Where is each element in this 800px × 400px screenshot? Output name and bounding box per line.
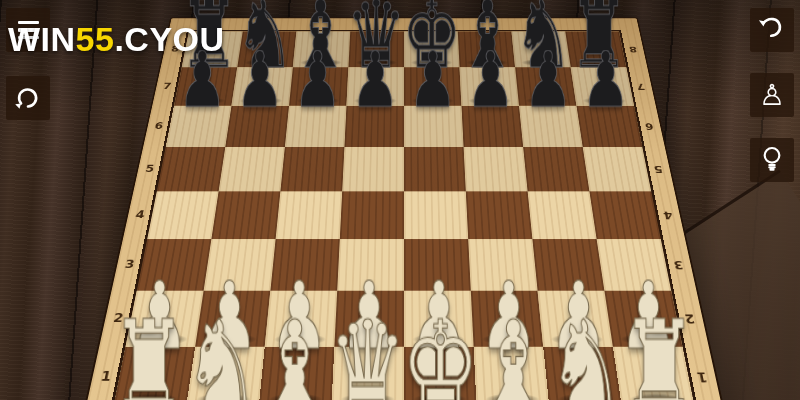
watermark-suffix: .CYOU xyxy=(114,20,224,58)
square-b5[interactable] xyxy=(219,147,285,191)
square-h7[interactable]: ♟ xyxy=(571,67,634,105)
square-c6[interactable] xyxy=(285,106,347,147)
piece-white-rook[interactable]: ♜ xyxy=(110,318,188,400)
chess-board: ♜♞♝♛♚♝♞♜♟♟♟♟♟♟♟♟♟♟♟♟♟♟♟♟♜♞♝♛♚♝♞♜ 8765432… xyxy=(78,17,730,400)
piece-white-king[interactable]: ♚ xyxy=(401,318,479,400)
undo-move-button[interactable] xyxy=(750,8,794,52)
watermark: WIN55.CYOU xyxy=(8,20,225,59)
square-a7[interactable]: ♟ xyxy=(174,67,237,105)
square-a6[interactable] xyxy=(166,106,232,147)
square-d7[interactable]: ♟ xyxy=(346,67,404,105)
square-e4[interactable] xyxy=(404,191,468,239)
square-c4[interactable] xyxy=(276,191,343,239)
piece-white-knight[interactable]: ♞ xyxy=(547,318,625,400)
piece-black-pawn[interactable]: ♟ xyxy=(235,50,284,112)
square-g5[interactable] xyxy=(523,147,589,191)
piece-black-pawn[interactable]: ♟ xyxy=(408,50,457,112)
square-h1[interactable]: ♜ xyxy=(613,347,695,400)
hint-button[interactable] xyxy=(750,138,794,182)
square-h6[interactable] xyxy=(577,106,643,147)
square-b4[interactable] xyxy=(211,191,280,239)
square-d4[interactable] xyxy=(340,191,404,239)
piece-black-pawn[interactable]: ♟ xyxy=(293,50,342,112)
pawn-icon: ♙ xyxy=(759,81,785,110)
square-d6[interactable] xyxy=(344,106,404,147)
square-f7[interactable]: ♟ xyxy=(460,67,519,105)
lightbulb-icon xyxy=(755,143,789,177)
square-g7[interactable]: ♟ xyxy=(515,67,576,105)
square-a5[interactable] xyxy=(157,147,225,191)
square-c5[interactable] xyxy=(280,147,344,191)
game-screen: ♜♞♝♛♚♝♞♜♟♟♟♟♟♟♟♟♟♟♟♟♟♟♟♟♜♞♝♛♚♝♞♜ 8765432… xyxy=(0,0,800,400)
rotate-icon xyxy=(11,81,45,115)
square-f6[interactable] xyxy=(462,106,524,147)
piece-white-rook[interactable]: ♜ xyxy=(620,318,698,400)
piece-white-bishop[interactable]: ♝ xyxy=(474,318,552,400)
square-f5[interactable] xyxy=(464,147,528,191)
piece-white-knight[interactable]: ♞ xyxy=(183,318,261,400)
piece-black-pawn[interactable]: ♟ xyxy=(524,50,573,112)
square-e6[interactable] xyxy=(404,106,464,147)
square-c7[interactable]: ♟ xyxy=(289,67,348,105)
piece-black-pawn[interactable]: ♟ xyxy=(351,50,400,112)
watermark-number: 55 xyxy=(76,20,115,58)
piece-white-bishop[interactable]: ♝ xyxy=(256,318,334,400)
piece-black-pawn[interactable]: ♟ xyxy=(581,50,630,112)
undo-icon xyxy=(755,13,789,47)
square-c1[interactable]: ♝ xyxy=(259,347,335,400)
square-g1[interactable]: ♞ xyxy=(543,347,622,400)
square-e1[interactable]: ♚ xyxy=(404,347,477,400)
square-e5[interactable] xyxy=(404,147,466,191)
watermark-prefix: WIN xyxy=(8,20,76,58)
square-g6[interactable] xyxy=(519,106,583,147)
board-grid: ♜♞♝♛♚♝♞♜♟♟♟♟♟♟♟♟♟♟♟♟♟♟♟♟♜♞♝♛♚♝♞♜ xyxy=(113,31,694,400)
square-e7[interactable]: ♟ xyxy=(404,67,462,105)
square-g4[interactable] xyxy=(528,191,597,239)
piece-black-pawn[interactable]: ♟ xyxy=(466,50,515,112)
square-h5[interactable] xyxy=(583,147,651,191)
square-b7[interactable]: ♟ xyxy=(231,67,292,105)
rotate-board-button[interactable] xyxy=(6,76,50,120)
toolbar-right: ♙ xyxy=(750,8,794,182)
square-d1[interactable]: ♛ xyxy=(331,347,404,400)
square-f1[interactable]: ♝ xyxy=(474,347,550,400)
square-f4[interactable] xyxy=(466,191,533,239)
square-d5[interactable] xyxy=(342,147,404,191)
piece-white-queen[interactable]: ♛ xyxy=(329,318,407,400)
square-b1[interactable]: ♞ xyxy=(186,347,265,400)
square-a4[interactable] xyxy=(147,191,218,239)
square-b6[interactable] xyxy=(225,106,289,147)
square-h4[interactable] xyxy=(589,191,660,239)
opponent-button[interactable]: ♙ xyxy=(750,73,794,117)
